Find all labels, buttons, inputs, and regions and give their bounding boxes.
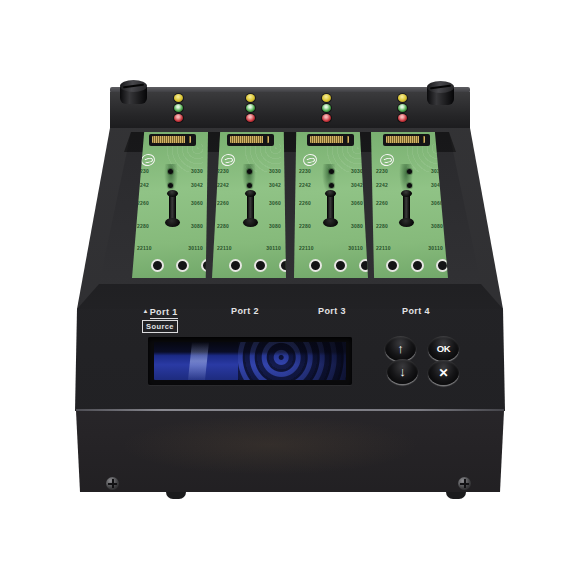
size-label-right: 3080 — [191, 223, 203, 229]
standoff-hole — [407, 169, 412, 174]
standoff-hole — [168, 183, 173, 188]
post-base — [243, 218, 258, 227]
m2-socket[interactable] — [227, 134, 274, 146]
cancel-button[interactable]: ✕ — [428, 360, 459, 385]
post-cap — [325, 190, 336, 197]
mount-hole — [386, 259, 399, 272]
size-label-right: 3080 — [351, 223, 363, 229]
port-label-2: Port 2 — [212, 306, 278, 317]
size-label-left: 22110 — [299, 245, 314, 251]
size-label-right: 30110 — [266, 245, 281, 251]
size-label-right: 3060 — [191, 200, 203, 206]
knob-slot — [123, 84, 144, 89]
source-badge: Source — [142, 320, 178, 333]
size-label-left: 2242 — [376, 182, 388, 188]
mount-hole-row — [309, 259, 372, 272]
led-red — [398, 114, 407, 122]
size-label-left: 2230 — [217, 168, 229, 174]
pcb-size-row: 2230 3030 — [137, 168, 203, 174]
m2-key-notch — [343, 136, 347, 144]
led-cluster-port-1 — [174, 94, 184, 124]
size-label-left: 2230 — [376, 168, 388, 174]
base-sheen — [120, 415, 420, 475]
port-label-1: ▲Port 1 Source — [127, 306, 193, 333]
port-name: Port 1 — [150, 307, 178, 319]
size-label-right: 30110 — [428, 245, 443, 251]
right-thumbscrew-knob[interactable] — [427, 81, 454, 107]
size-label-right: 3042 — [269, 182, 281, 188]
standoff-hole — [329, 183, 334, 188]
post-cap — [167, 190, 178, 197]
m2-duplicator-photo: 2230 3030 2242 3042 2260 3060 2280 3080 … — [0, 0, 580, 580]
screw-right — [458, 477, 471, 490]
m2-key-notch — [263, 136, 267, 144]
source-arrow-icon: ▲ — [142, 308, 148, 314]
led-yellow — [322, 94, 331, 102]
standoff-hole — [168, 169, 173, 174]
pcb-size-row: 2242 3042 — [376, 182, 443, 188]
led-cluster-port-3 — [322, 94, 332, 124]
led-green — [322, 104, 331, 112]
standoff-post[interactable] — [322, 190, 338, 236]
led-cluster-port-2 — [246, 94, 256, 124]
size-label-left: 22110 — [217, 245, 232, 251]
size-label-left: 22110 — [376, 245, 391, 251]
post-cap — [401, 190, 412, 197]
pcb-size-row: 22110 30110 — [299, 245, 363, 251]
led-green — [174, 104, 183, 112]
down-button[interactable]: ↓ — [387, 359, 418, 384]
size-label-left: 2260 — [217, 200, 229, 206]
screw-left — [106, 477, 119, 490]
size-label-left: 2280 — [376, 223, 388, 229]
size-label-right: 3080 — [269, 223, 281, 229]
size-label-left: 2260 — [137, 200, 149, 206]
knob-slot — [430, 85, 451, 90]
m2-socket[interactable] — [307, 134, 354, 146]
pcb-size-row: 22110 30110 — [217, 245, 281, 251]
pcb-size-row: 2242 3042 — [299, 182, 363, 188]
standoff-hole — [247, 169, 252, 174]
size-label-right: 30110 — [348, 245, 363, 251]
m2-socket[interactable] — [383, 134, 430, 146]
size-label-right: 30110 — [188, 245, 203, 251]
up-arrow-icon: ↑ — [397, 341, 404, 356]
knob-cap — [120, 80, 147, 92]
pcb-logo-icon — [302, 153, 318, 168]
size-label-right: 3060 — [351, 200, 363, 206]
standoff-hole — [247, 183, 252, 188]
mount-hole-row — [229, 259, 292, 272]
size-label-left: 2242 — [217, 182, 229, 188]
led-green — [398, 104, 407, 112]
standoff-post[interactable] — [399, 190, 415, 236]
ok-label: OK — [437, 343, 451, 354]
mount-hole — [411, 259, 424, 272]
left-thumbscrew-knob[interactable] — [120, 80, 147, 106]
size-label-left: 2280 — [137, 223, 149, 229]
led-green — [246, 104, 255, 112]
led-cluster-port-4 — [398, 94, 408, 124]
cancel-x-icon: ✕ — [438, 365, 448, 379]
port-label-4: Port 4 — [383, 306, 449, 317]
mount-hole — [151, 259, 164, 272]
size-label-right: 3030 — [191, 168, 203, 174]
standoff-post[interactable] — [164, 190, 180, 236]
standoff-hole — [329, 169, 334, 174]
pcb-size-row: 2230 3030 — [299, 168, 363, 174]
post-cap — [245, 190, 256, 197]
size-label-left: 2280 — [299, 223, 311, 229]
mount-hole — [229, 259, 242, 272]
led-red — [174, 114, 183, 122]
m2-adapter-board-port-3: 2230 3030 2242 3042 2260 3060 2280 3080 … — [294, 132, 368, 278]
post-base — [165, 218, 180, 227]
port-name: Port 2 — [231, 306, 259, 316]
size-label-left: 2260 — [299, 200, 311, 206]
lcd-screen — [154, 342, 346, 380]
down-arrow-icon: ↓ — [399, 364, 406, 379]
mount-hole-row — [151, 259, 214, 272]
post-base — [323, 218, 338, 227]
size-label-right: 3080 — [431, 223, 443, 229]
size-label-right: 3042 — [351, 182, 363, 188]
size-label-left: 2260 — [376, 200, 388, 206]
size-label-right: 3030 — [269, 168, 281, 174]
size-label-left: 2242 — [299, 182, 311, 188]
m2-socket[interactable] — [149, 134, 196, 146]
led-yellow — [174, 94, 183, 102]
m2-key-notch — [419, 136, 423, 144]
post-base — [399, 218, 414, 227]
lcd-bezel — [148, 337, 352, 385]
mount-hole-row — [386, 259, 449, 272]
up-button[interactable]: ↑ — [385, 336, 416, 361]
pcb-size-row: 22110 30110 — [137, 245, 203, 251]
panel-chamfer-line — [76, 409, 504, 411]
m2-adapter-board-port-1: 2230 3030 2242 3042 2260 3060 2280 3080 … — [132, 132, 208, 278]
port-name: Port 4 — [402, 306, 430, 316]
ok-button[interactable]: OK — [428, 336, 459, 361]
mount-hole — [309, 259, 322, 272]
led-red — [246, 114, 255, 122]
mount-hole — [334, 259, 347, 272]
size-label-left: 22110 — [137, 245, 152, 251]
pcb-size-row: 22110 30110 — [376, 245, 443, 251]
mount-hole — [176, 259, 189, 272]
pcb-logo-icon — [220, 153, 236, 168]
mount-hole — [254, 259, 267, 272]
size-label-right: 3030 — [351, 168, 363, 174]
m2-key-notch — [185, 136, 189, 144]
pcb-size-row: 2230 3030 — [376, 168, 443, 174]
size-label-left: 2280 — [217, 223, 229, 229]
led-yellow — [398, 94, 407, 102]
led-yellow — [246, 94, 255, 102]
rear-led-bar — [110, 92, 470, 130]
size-label-left: 2230 — [299, 168, 311, 174]
led-red — [322, 114, 331, 122]
m2-adapter-board-port-2: 2230 3030 2242 3042 2260 3060 2280 3080 … — [212, 132, 286, 278]
standoff-post[interactable] — [242, 190, 258, 236]
pcb-size-row: 2242 3042 — [137, 182, 203, 188]
m2-adapter-board-port-4: 2230 3030 2242 3042 2260 3060 2280 3080 … — [371, 132, 448, 278]
standoff-hole — [407, 183, 412, 188]
size-label-right: 3042 — [191, 182, 203, 188]
lcd-dim-edge — [154, 342, 346, 380]
size-label-right: 3060 — [269, 200, 281, 206]
pcb-size-row: 2242 3042 — [217, 182, 281, 188]
knob-cap — [427, 81, 454, 93]
port-name: Port 3 — [318, 306, 346, 316]
port-label-3: Port 3 — [299, 306, 365, 317]
pcb-size-row: 2230 3030 — [217, 168, 281, 174]
pcb-logo-icon — [379, 153, 395, 168]
pcb-logo-icon — [140, 153, 156, 168]
